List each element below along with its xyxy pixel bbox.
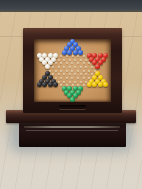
board-hole [83, 84, 85, 86]
game-tray [23, 28, 122, 113]
board-hole [63, 81, 65, 83]
board-hole [77, 62, 79, 64]
board-hole [85, 59, 87, 61]
board-hole [71, 77, 73, 79]
board-hole [83, 55, 85, 57]
board-hole [69, 66, 71, 68]
board-hole [66, 70, 68, 72]
stacked-board-edge [26, 130, 118, 131]
board-hole [85, 73, 87, 75]
board-hole [71, 62, 73, 64]
peg-green [70, 97, 75, 102]
board-hole [83, 77, 85, 79]
board-hole [58, 66, 60, 68]
board-hole [83, 70, 85, 72]
board-hole [83, 62, 85, 64]
board-hole [91, 66, 93, 68]
board-hole [72, 55, 74, 57]
board-hole [60, 62, 62, 64]
stacked-board-edge [24, 126, 120, 128]
board-hole [55, 77, 57, 79]
board-hole [60, 55, 62, 57]
board-hole [71, 70, 73, 72]
board-hole [88, 70, 90, 72]
board-hole [66, 77, 68, 79]
chinese-checkers-board [34, 39, 111, 102]
game-box-base [19, 120, 126, 147]
board-hole [66, 62, 68, 64]
board-hole [69, 59, 71, 61]
board-hole [74, 59, 76, 61]
board-hole [58, 73, 60, 75]
board-hole [60, 70, 62, 72]
board-hole [69, 73, 71, 75]
board-hole [77, 70, 79, 72]
board-hole [80, 81, 82, 83]
board-hole [58, 81, 60, 83]
board-hole [58, 59, 60, 61]
board-hole [80, 73, 82, 75]
board-hole [74, 81, 76, 83]
board-hole [63, 59, 65, 61]
background-wall [0, 0, 142, 12]
board-hole [55, 62, 57, 64]
board-hole [52, 66, 54, 68]
photo-scene [0, 0, 142, 189]
board-hole [60, 77, 62, 79]
board-hole [80, 66, 82, 68]
board-row [37, 98, 109, 102]
board-hole [74, 66, 76, 68]
tray-handle-slot [59, 105, 86, 109]
board-hole [55, 70, 57, 72]
board-hole [74, 73, 76, 75]
board-hole [77, 77, 79, 79]
board-hole [85, 66, 87, 68]
board-hole [63, 66, 65, 68]
board-star [37, 40, 109, 102]
board-hole [63, 73, 65, 75]
board-hole [80, 59, 82, 61]
board-hole [88, 62, 90, 64]
board-cell [70, 98, 76, 102]
board-hole [66, 55, 68, 57]
board-hole [69, 81, 71, 83]
board-hole [77, 55, 79, 57]
